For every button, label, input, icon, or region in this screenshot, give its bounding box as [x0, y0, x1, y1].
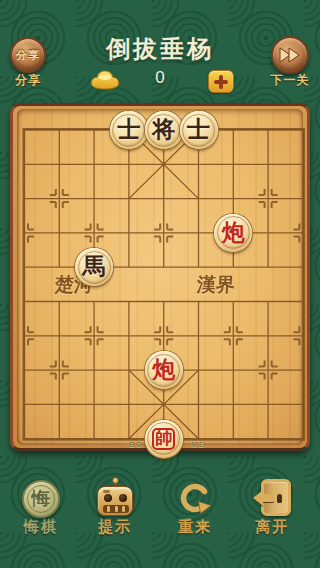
leave-label: 离开 [232, 518, 312, 537]
share-button[interactable]: 分享 [10, 37, 46, 73]
piece-char: 炮 [222, 221, 245, 244]
piece-char: 馬 [83, 255, 106, 278]
restart-button[interactable] [178, 481, 212, 515]
coin-count: 0 [130, 68, 190, 88]
exit-arrow-icon [253, 490, 275, 506]
share-button-text: 分享 [16, 48, 40, 63]
robot-head-icon [97, 486, 133, 516]
piece-black-general[interactable]: 将 [145, 111, 183, 149]
xiangqi-board: 楚河 漢界 BO ME 士将士炮馬炮帥 [10, 103, 310, 451]
next-level-button[interactable] [271, 36, 309, 74]
undo-label: 悔棋 [1, 518, 81, 537]
fast-forward-icon [279, 47, 301, 63]
piece-black-advisor-right[interactable]: 士 [180, 111, 218, 149]
pieces-layer: 士将士炮馬炮帥 [13, 106, 313, 454]
keyhole-icon [277, 494, 282, 503]
next-level-label: 下一关 [252, 72, 320, 89]
share-label: 分享 [0, 72, 58, 89]
hint-button[interactable] [97, 477, 133, 517]
piece-red-cannon-center[interactable]: 炮 [145, 351, 183, 389]
piece-red-general[interactable]: 帥 [145, 420, 183, 458]
piece-char: 炮 [152, 358, 175, 381]
piece-char: 士 [187, 118, 210, 141]
leave-button[interactable] [253, 479, 293, 517]
undo-button[interactable]: 悔 [22, 480, 60, 518]
app-screen: 倒拔垂杨 分享 分享 下一关 0 楚河 漢界 BO ME 士 [0, 0, 320, 568]
gold-ingot-icon [90, 70, 120, 90]
piece-char: 将 [152, 118, 175, 141]
piece-black-advisor-left[interactable]: 士 [110, 111, 148, 149]
piece-black-horse[interactable]: 馬 [75, 248, 113, 286]
piece-char: 帥 [152, 428, 175, 450]
add-coins-button[interactable] [208, 70, 234, 93]
plus-icon [214, 75, 228, 89]
restart-label: 重来 [155, 518, 235, 537]
coin-ring [27, 485, 55, 513]
hint-label: 提示 [75, 518, 155, 537]
piece-char: 士 [117, 118, 140, 141]
piece-red-cannon-right[interactable]: 炮 [214, 214, 252, 252]
